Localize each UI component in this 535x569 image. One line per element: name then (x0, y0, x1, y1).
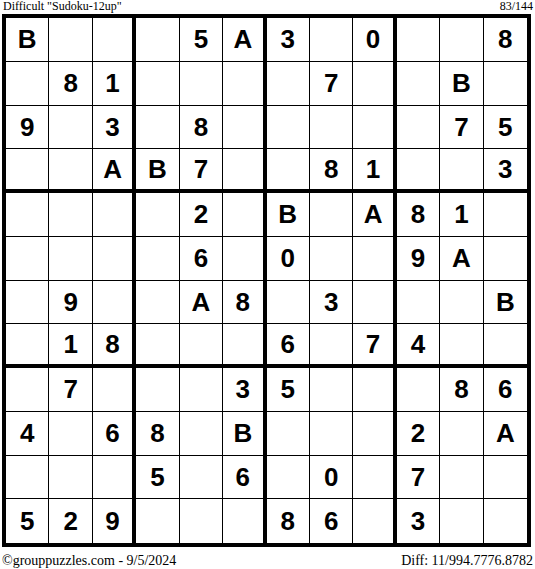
cell-r12c8[interactable]: 6 (310, 499, 353, 543)
cell-r11c10[interactable]: 7 (397, 456, 440, 500)
cell-r2c6[interactable] (223, 62, 266, 106)
cell-r4c8[interactable]: 8 (310, 149, 353, 193)
cell-r11c11[interactable] (440, 456, 483, 500)
cell-r9c6[interactable]: 3 (223, 368, 266, 412)
cell-r12c9[interactable] (353, 499, 396, 543)
cell-r6c12[interactable] (484, 237, 527, 281)
cell-r11c12[interactable] (484, 456, 527, 500)
cell-r1c6[interactable]: A (223, 18, 266, 62)
puzzle-counter: 83/144 (500, 0, 533, 14)
cell-r2c4[interactable] (136, 62, 179, 106)
cell-r6c9[interactable] (353, 237, 396, 281)
cell-r3c8[interactable] (310, 106, 353, 150)
cell-r8c12[interactable] (484, 324, 527, 368)
cell-r11c9[interactable] (353, 456, 396, 500)
copyright-text: ©grouppuzzles.com - 9/5/2024 (2, 553, 176, 569)
cell-r1c7[interactable]: 3 (267, 18, 310, 62)
cell-r10c8[interactable] (310, 412, 353, 456)
cell-r6c8[interactable] (310, 237, 353, 281)
cell-r7c10[interactable] (397, 281, 440, 325)
cell-r3c7[interactable] (267, 106, 310, 150)
cell-r6c2[interactable] (49, 237, 92, 281)
cell-r2c12[interactable] (484, 62, 527, 106)
cell-r3c4[interactable] (136, 106, 179, 150)
cell-r5c10[interactable]: 8 (397, 193, 440, 237)
cell-r4c4[interactable]: B (136, 149, 179, 193)
cell-r6c6[interactable] (223, 237, 266, 281)
cell-r12c5[interactable] (180, 499, 223, 543)
cell-r11c4[interactable]: 5 (136, 456, 179, 500)
cell-r10c1[interactable]: 4 (6, 412, 49, 456)
cell-r7c2[interactable]: 9 (49, 281, 92, 325)
cell-r9c4[interactable] (136, 368, 179, 412)
cell-r8c11[interactable] (440, 324, 483, 368)
cell-r8c8[interactable] (310, 324, 353, 368)
cell-r9c11[interactable]: 8 (440, 368, 483, 412)
cell-r11c2[interactable] (49, 456, 92, 500)
cell-r10c5[interactable] (180, 412, 223, 456)
cell-r1c9[interactable]: 0 (353, 18, 396, 62)
cell-r3c2[interactable] (49, 106, 92, 150)
cell-r11c8[interactable]: 0 (310, 456, 353, 500)
cell-r6c11[interactable]: A (440, 237, 483, 281)
cell-r4c11[interactable] (440, 149, 483, 193)
cell-r10c10[interactable]: 2 (397, 412, 440, 456)
cell-r12c1[interactable]: 5 (6, 499, 49, 543)
cell-r7c12[interactable]: B (484, 281, 527, 325)
cell-r1c3[interactable] (93, 18, 136, 62)
cell-r9c7[interactable]: 5 (267, 368, 310, 412)
cell-r6c3[interactable] (93, 237, 136, 281)
cell-r1c5[interactable]: 5 (180, 18, 223, 62)
cell-r5c8[interactable] (310, 193, 353, 237)
cell-r5c2[interactable] (49, 193, 92, 237)
cell-r8c2[interactable]: 1 (49, 324, 92, 368)
cell-r10c6[interactable]: B (223, 412, 266, 456)
cell-r4c12[interactable]: 3 (484, 149, 527, 193)
cell-r4c2[interactable] (49, 149, 92, 193)
cell-r8c1[interactable] (6, 324, 49, 368)
cell-r7c7[interactable] (267, 281, 310, 325)
cell-r6c7[interactable]: 0 (267, 237, 310, 281)
cell-r11c7[interactable] (267, 456, 310, 500)
cell-r1c4[interactable] (136, 18, 179, 62)
cell-r11c1[interactable] (6, 456, 49, 500)
cell-r2c5[interactable] (180, 62, 223, 106)
cell-r12c10[interactable]: 3 (397, 499, 440, 543)
cell-r3c10[interactable] (397, 106, 440, 150)
cell-r6c4[interactable] (136, 237, 179, 281)
cell-r12c2[interactable]: 2 (49, 499, 92, 543)
cell-r2c11[interactable]: B (440, 62, 483, 106)
cell-r4c6[interactable] (223, 149, 266, 193)
cell-r8c5[interactable] (180, 324, 223, 368)
cell-r3c9[interactable] (353, 106, 396, 150)
cell-r7c11[interactable] (440, 281, 483, 325)
cell-r9c1[interactable] (6, 368, 49, 412)
cell-r4c3[interactable]: A (93, 149, 136, 193)
cell-r7c5[interactable]: A (180, 281, 223, 325)
cell-r12c12[interactable] (484, 499, 527, 543)
difficulty-text: Diff: 11/994.7776.8782 (401, 553, 533, 569)
cell-r3c11[interactable]: 7 (440, 106, 483, 150)
cell-r8c4[interactable] (136, 324, 179, 368)
cell-r2c10[interactable] (397, 62, 440, 106)
cell-r5c12[interactable] (484, 193, 527, 237)
cell-r4c1[interactable] (6, 149, 49, 193)
cell-r6c1[interactable] (6, 237, 49, 281)
cell-r1c2[interactable] (49, 18, 92, 62)
cell-r7c4[interactable] (136, 281, 179, 325)
cell-r9c3[interactable] (93, 368, 136, 412)
cell-r3c3[interactable]: 3 (93, 106, 136, 150)
cell-r6c10[interactable]: 9 (397, 237, 440, 281)
cell-r12c3[interactable]: 9 (93, 499, 136, 543)
cell-r8c6[interactable] (223, 324, 266, 368)
cell-r1c1[interactable]: B (6, 18, 49, 62)
cell-r4c9[interactable]: 1 (353, 149, 396, 193)
cell-r5c7[interactable]: B (267, 193, 310, 237)
cell-r1c8[interactable] (310, 18, 353, 62)
cell-r4c10[interactable] (397, 149, 440, 193)
cell-r1c10[interactable] (397, 18, 440, 62)
cell-r10c12[interactable]: A (484, 412, 527, 456)
sudoku-board: B5A308817B93875AB78132BA81609A9A83B18674… (2, 14, 531, 547)
cell-r10c2[interactable] (49, 412, 92, 456)
cell-r7c9[interactable] (353, 281, 396, 325)
cell-r8c9[interactable]: 7 (353, 324, 396, 368)
cell-r5c11[interactable]: 1 (440, 193, 483, 237)
cell-r12c7[interactable]: 8 (267, 499, 310, 543)
cell-r7c1[interactable] (6, 281, 49, 325)
cell-r5c3[interactable] (93, 193, 136, 237)
cell-r3c5[interactable]: 8 (180, 106, 223, 150)
cell-r3c12[interactable]: 5 (484, 106, 527, 150)
cell-r8c10[interactable]: 4 (397, 324, 440, 368)
cell-r2c8[interactable]: 7 (310, 62, 353, 106)
cell-r9c12[interactable]: 6 (484, 368, 527, 412)
cell-r4c7[interactable] (267, 149, 310, 193)
cell-r11c6[interactable]: 6 (223, 456, 266, 500)
cell-r7c3[interactable] (93, 281, 136, 325)
cell-r1c12[interactable]: 8 (484, 18, 527, 62)
cell-r10c4[interactable]: 8 (136, 412, 179, 456)
cell-r12c11[interactable] (440, 499, 483, 543)
cell-r3c6[interactable] (223, 106, 266, 150)
cell-r9c8[interactable] (310, 368, 353, 412)
cell-r6c5[interactable]: 6 (180, 237, 223, 281)
cell-r12c6[interactable] (223, 499, 266, 543)
cell-r7c6[interactable]: 8 (223, 281, 266, 325)
cell-r10c11[interactable] (440, 412, 483, 456)
cell-r5c9[interactable]: A (353, 193, 396, 237)
cell-r2c9[interactable] (353, 62, 396, 106)
cell-r11c3[interactable] (93, 456, 136, 500)
cell-r5c4[interactable] (136, 193, 179, 237)
cell-r8c7[interactable]: 6 (267, 324, 310, 368)
cell-r10c3[interactable]: 6 (93, 412, 136, 456)
cell-r4c5[interactable]: 7 (180, 149, 223, 193)
cell-r9c2[interactable]: 7 (49, 368, 92, 412)
cell-r9c5[interactable] (180, 368, 223, 412)
cell-r2c3[interactable]: 1 (93, 62, 136, 106)
cell-r10c9[interactable] (353, 412, 396, 456)
cell-r8c3[interactable]: 8 (93, 324, 136, 368)
cell-r7c8[interactable]: 3 (310, 281, 353, 325)
cell-r1c11[interactable] (440, 18, 483, 62)
cell-r12c4[interactable] (136, 499, 179, 543)
cell-r5c6[interactable] (223, 193, 266, 237)
cell-r9c10[interactable] (397, 368, 440, 412)
cell-r5c5[interactable]: 2 (180, 193, 223, 237)
cell-r11c5[interactable] (180, 456, 223, 500)
cell-r3c1[interactable]: 9 (6, 106, 49, 150)
page-title: Difficult "Sudoku-12up" (3, 0, 122, 14)
cell-r2c7[interactable] (267, 62, 310, 106)
cell-r10c7[interactable] (267, 412, 310, 456)
cell-r9c9[interactable] (353, 368, 396, 412)
cell-r5c1[interactable] (6, 193, 49, 237)
cell-r2c1[interactable] (6, 62, 49, 106)
cell-r2c2[interactable]: 8 (49, 62, 92, 106)
